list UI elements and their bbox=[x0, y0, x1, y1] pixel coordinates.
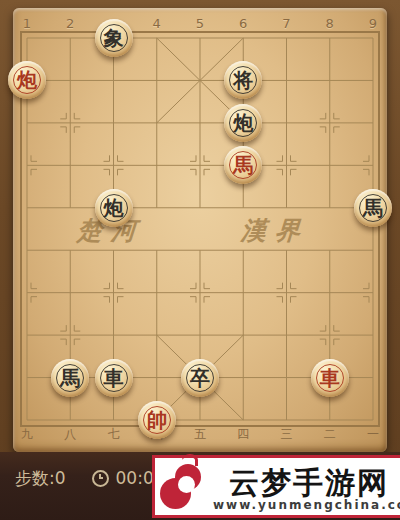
black-cannon-2-piece[interactable]: 炮 bbox=[95, 189, 133, 227]
watermark-site-url: www.yunmengchina.com bbox=[213, 498, 400, 512]
red-general-piece[interactable]: 帥 bbox=[138, 401, 176, 439]
top-label-8: 8 bbox=[319, 16, 341, 31]
bottom-label-8: 二 bbox=[319, 426, 341, 443]
top-label-1: 1 bbox=[16, 16, 38, 31]
bottom-label-2: 八 bbox=[59, 426, 81, 443]
watermark-banner: 云梦手游网 www.yunmengchina.com bbox=[152, 455, 400, 518]
black-horse-piece[interactable]: 馬 bbox=[354, 189, 392, 227]
bottom-label-6: 四 bbox=[232, 426, 254, 443]
xiangqi-game-screen: 123456789 九八七六五四三二一 楚河 漢界 象炮将炮馬炮馬馬車卒車帥 步… bbox=[0, 0, 400, 520]
bottom-label-9: 一 bbox=[362, 426, 384, 443]
bottom-label-7: 三 bbox=[276, 426, 298, 443]
river-text-han-jie: 漢界 bbox=[240, 214, 310, 247]
black-pawn-piece[interactable]: 卒 bbox=[181, 359, 219, 397]
top-label-6: 6 bbox=[232, 16, 254, 31]
black-chariot-piece[interactable]: 車 bbox=[95, 359, 133, 397]
top-label-9: 9 bbox=[362, 16, 384, 31]
red-chariot-piece[interactable]: 車 bbox=[311, 359, 349, 397]
xiangqi-board[interactable]: 123456789 九八七六五四三二一 楚河 漢界 象炮将炮馬炮馬馬車卒車帥 bbox=[13, 8, 387, 452]
top-label-5: 5 bbox=[189, 16, 211, 31]
black-cannon-piece[interactable]: 炮 bbox=[224, 104, 262, 142]
move-counter: 步数:0 bbox=[15, 467, 66, 490]
top-label-4: 4 bbox=[146, 16, 168, 31]
black-horse-2-piece[interactable]: 馬 bbox=[51, 359, 89, 397]
bottom-label-1: 九 bbox=[16, 426, 38, 443]
clock-icon bbox=[92, 470, 109, 487]
top-label-7: 7 bbox=[276, 16, 298, 31]
black-elephant-piece[interactable]: 象 bbox=[95, 19, 133, 57]
top-label-2: 2 bbox=[59, 16, 81, 31]
yunmeng-logo-icon bbox=[158, 456, 212, 514]
bottom-label-5: 五 bbox=[189, 426, 211, 443]
bottom-label-3: 七 bbox=[103, 426, 125, 443]
